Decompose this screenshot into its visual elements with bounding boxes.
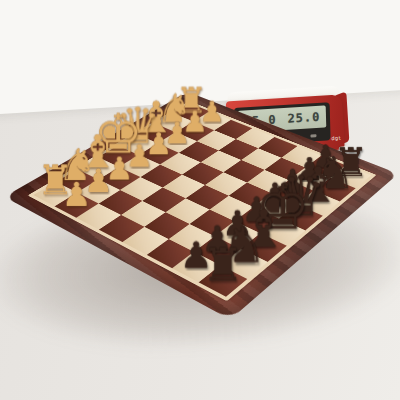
clock-button-5[interactable] <box>310 134 316 137</box>
clock-right-time: 25.0 <box>287 110 320 126</box>
white-pawn-glyph: ♟ <box>62 178 92 211</box>
black-rook-glyph: ♜ <box>202 241 244 287</box>
chess-set-photo-scene: 25.0 25.0 dgt ♜♞♝♛♚♝♞♜♟♟♟♟♟♟♟♟♟♟♟♟♟♟♟♟♜♞… <box>0 0 400 400</box>
square-h8[interactable]: ♜ <box>199 265 248 297</box>
